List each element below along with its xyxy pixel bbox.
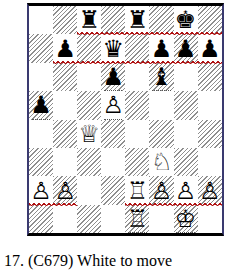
black-pawn-d6: ♟	[101, 63, 125, 91]
white-rook-e1: ♖	[125, 205, 149, 233]
square-e7	[125, 34, 149, 62]
square-f4	[149, 120, 173, 148]
square-b2: ♙	[53, 176, 77, 204]
square-d1	[101, 205, 125, 233]
square-g4	[174, 120, 198, 148]
white-pawn-d5: ♙	[101, 91, 125, 119]
square-e2: ♖	[125, 176, 149, 204]
square-b7: ♟	[53, 34, 77, 62]
chess-diagram-figure: ♜♜♚♟♛♟♟♟♟♝♟♙♕♘♙♙♖♙♙♙♖♔ 17. (C679) White …	[0, 0, 231, 278]
square-e4	[125, 120, 149, 148]
white-pawn-h2: ♙	[198, 176, 222, 204]
black-bishop-f6: ♝	[149, 63, 173, 91]
square-f8	[149, 6, 173, 34]
square-c1	[77, 205, 101, 233]
square-f2: ♙	[149, 176, 173, 204]
square-e6	[125, 63, 149, 91]
square-d6: ♟	[101, 63, 125, 91]
square-a1	[29, 205, 53, 233]
black-pawn-b7: ♟	[53, 34, 77, 62]
white-queen-c4: ♕	[77, 120, 101, 148]
spellcheck-squiggle-rank7	[53, 61, 222, 64]
square-d3	[101, 148, 125, 176]
black-pawn-g7: ♟	[174, 34, 198, 62]
black-rook-c8: ♜	[77, 6, 101, 34]
square-a6	[29, 63, 53, 91]
black-king-g8: ♚	[174, 6, 198, 34]
square-h1	[198, 205, 222, 233]
black-pawn-h7: ♟	[198, 34, 222, 62]
square-h3	[198, 148, 222, 176]
square-c4: ♕	[77, 120, 101, 148]
square-c6	[77, 63, 101, 91]
square-d4	[101, 120, 125, 148]
square-c2	[77, 176, 101, 204]
square-e5	[125, 91, 149, 119]
spellcheck-squiggle-rank2	[125, 203, 221, 206]
square-d7: ♛	[101, 34, 125, 62]
square-e3	[125, 148, 149, 176]
square-a4	[29, 120, 53, 148]
square-c8: ♜	[77, 6, 101, 34]
square-h8	[198, 6, 222, 34]
square-b8	[53, 6, 77, 34]
square-g7: ♟	[174, 34, 198, 62]
square-f7: ♟	[149, 34, 173, 62]
diagram-caption: 17. (C679) White to move	[4, 252, 172, 270]
square-h7: ♟	[198, 34, 222, 62]
square-c5	[77, 91, 101, 119]
square-d5: ♙	[101, 91, 125, 119]
square-g3	[174, 148, 198, 176]
white-pawn-b2: ♙	[53, 176, 77, 204]
black-pawn-f7: ♟	[149, 34, 173, 62]
white-king-g1: ♔	[174, 205, 198, 233]
square-f5	[149, 91, 173, 119]
square-e1: ♖	[125, 205, 149, 233]
square-h4	[198, 120, 222, 148]
square-g6	[174, 63, 198, 91]
square-b5	[53, 91, 77, 119]
square-g2: ♙	[174, 176, 198, 204]
black-queen-d7: ♛	[101, 34, 125, 62]
square-h6	[198, 63, 222, 91]
square-f1	[149, 205, 173, 233]
square-d8	[101, 6, 125, 34]
black-pawn-a5: ♟	[29, 91, 53, 119]
white-rook-e2: ♖	[125, 176, 149, 204]
square-h2: ♙	[198, 176, 222, 204]
square-a2: ♙	[29, 176, 53, 204]
spellcheck-squiggle-rank2	[29, 203, 77, 206]
chess-board: ♜♜♚♟♛♟♟♟♟♝♟♙♕♘♙♙♖♙♙♙♖♔	[29, 6, 222, 233]
square-c3	[77, 148, 101, 176]
square-c7	[77, 34, 101, 62]
square-a8	[29, 6, 53, 34]
square-f6: ♝	[149, 63, 173, 91]
square-g8: ♚	[174, 6, 198, 34]
square-g5	[174, 91, 198, 119]
square-b6	[53, 63, 77, 91]
square-b3	[53, 148, 77, 176]
square-b1	[53, 205, 77, 233]
square-h5	[198, 91, 222, 119]
square-g1: ♔	[174, 205, 198, 233]
white-knight-f3: ♘	[149, 148, 173, 176]
square-a3	[29, 148, 53, 176]
square-a7	[29, 34, 53, 62]
square-f3: ♘	[149, 148, 173, 176]
white-pawn-g2: ♙	[174, 176, 198, 204]
square-a5: ♟	[29, 91, 53, 119]
board-frame: ♜♜♚♟♛♟♟♟♟♝♟♙♕♘♙♙♖♙♙♙♖♔	[27, 3, 224, 236]
square-b4	[53, 120, 77, 148]
white-pawn-f2: ♙	[149, 176, 173, 204]
white-pawn-a2: ♙	[29, 176, 53, 204]
spellcheck-squiggle-rank8	[77, 32, 222, 35]
square-d2	[101, 176, 125, 204]
black-rook-e8: ♜	[125, 6, 149, 34]
square-e8: ♜	[125, 6, 149, 34]
